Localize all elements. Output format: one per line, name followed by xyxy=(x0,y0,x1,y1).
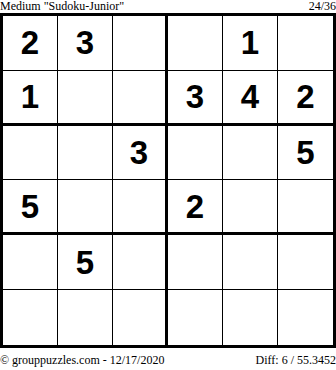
footer: © grouppuzzles.com - 12/17/2020 Diff: 6 … xyxy=(0,352,336,367)
difficulty-text: Diff: 6 / 55.3452 xyxy=(256,354,336,367)
cell-r1c5[interactable]: 1 xyxy=(223,16,278,71)
puzzle-page: { "game": "sudoku-junior (6x6 sudoku wit… xyxy=(0,0,336,370)
cell-r4c1[interactable]: 5 xyxy=(3,180,58,235)
cell-r5c1[interactable] xyxy=(3,235,58,290)
cell-r4c5[interactable] xyxy=(223,180,278,235)
cell-r4c2[interactable] xyxy=(58,180,113,235)
cell-r6c6[interactable] xyxy=(278,290,333,345)
cell-r6c1[interactable] xyxy=(3,290,58,345)
sudoku-grid: 2 3 1 1 3 4 2 3 5 5 2 5 xyxy=(0,13,336,348)
cell-r3c2[interactable] xyxy=(58,126,113,181)
cell-r1c2[interactable]: 3 xyxy=(58,16,113,71)
cell-r1c3[interactable] xyxy=(113,16,168,71)
cell-r4c6[interactable] xyxy=(278,180,333,235)
cell-r2c1[interactable]: 1 xyxy=(3,71,58,126)
cell-r6c4[interactable] xyxy=(168,290,223,345)
cell-r2c2[interactable] xyxy=(58,71,113,126)
cell-r2c6[interactable]: 2 xyxy=(278,71,333,126)
cell-r5c3[interactable] xyxy=(113,235,168,290)
cell-r5c5[interactable] xyxy=(223,235,278,290)
cell-r3c6[interactable]: 5 xyxy=(278,126,333,181)
header: Medium "Sudoku-Junior" 24/36 xyxy=(0,0,336,13)
cell-r1c1[interactable]: 2 xyxy=(3,16,58,71)
cell-r6c5[interactable] xyxy=(223,290,278,345)
cell-r4c4[interactable]: 2 xyxy=(168,180,223,235)
cell-r1c4[interactable] xyxy=(168,16,223,71)
cell-r2c4[interactable]: 3 xyxy=(168,71,223,126)
cell-r4c3[interactable] xyxy=(113,180,168,235)
cell-r6c3[interactable] xyxy=(113,290,168,345)
cell-r2c3[interactable] xyxy=(113,71,168,126)
cell-r5c6[interactable] xyxy=(278,235,333,290)
cell-r5c2[interactable]: 5 xyxy=(58,235,113,290)
page-title: Medium "Sudoku-Junior" xyxy=(0,0,124,12)
cell-r3c1[interactable] xyxy=(3,126,58,181)
cell-r5c4[interactable] xyxy=(168,235,223,290)
cell-r3c5[interactable] xyxy=(223,126,278,181)
cell-r2c5[interactable]: 4 xyxy=(223,71,278,126)
cell-r1c6[interactable] xyxy=(278,16,333,71)
copyright-text: © grouppuzzles.com - 12/17/2020 xyxy=(0,354,164,367)
cell-r3c3[interactable]: 3 xyxy=(113,126,168,181)
cell-r3c4[interactable] xyxy=(168,126,223,181)
clue-counter: 24/36 xyxy=(309,0,336,12)
cell-r6c2[interactable] xyxy=(58,290,113,345)
